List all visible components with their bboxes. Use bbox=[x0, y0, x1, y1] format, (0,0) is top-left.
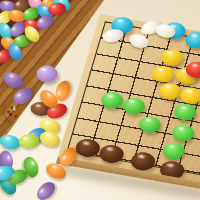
piece-green bbox=[172, 102, 198, 122]
piece-green bbox=[170, 123, 196, 143]
piece-yellow bbox=[150, 64, 176, 84]
piece-green bbox=[161, 141, 187, 161]
piece-white bbox=[101, 27, 124, 44]
piece-yellow bbox=[178, 86, 200, 106]
piece-green bbox=[99, 91, 125, 111]
piece-yellow bbox=[159, 47, 185, 67]
piece-brown bbox=[97, 143, 126, 165]
piece-green bbox=[121, 96, 147, 116]
piece-yellow bbox=[157, 81, 183, 101]
piece-brown bbox=[74, 137, 103, 159]
photo-candy-board-game-scene bbox=[0, 0, 200, 200]
piece-green bbox=[137, 115, 163, 135]
piece-lavender bbox=[37, 66, 58, 83]
piece-blue bbox=[183, 30, 200, 50]
